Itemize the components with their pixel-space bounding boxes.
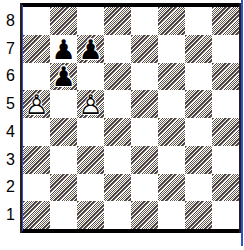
square-c2[interactable]: [77, 174, 104, 202]
square-e1[interactable]: [131, 201, 158, 229]
square-a2[interactable]: [23, 174, 50, 202]
square-b4[interactable]: [50, 118, 77, 146]
rank-label-2: 2: [0, 174, 18, 202]
chess-board: ♟♟♟♟♙♟♙: [23, 7, 239, 229]
square-f7[interactable]: [158, 35, 185, 63]
square-c1[interactable]: [77, 201, 104, 229]
black-pawn: ♟: [50, 63, 77, 91]
chess-diagram: 87654321 ♟♟♟♟♙♟♙: [0, 0, 244, 250]
square-e3[interactable]: [131, 146, 158, 174]
square-h5[interactable]: [212, 90, 239, 118]
square-h7[interactable]: [212, 35, 239, 63]
square-g1[interactable]: [185, 201, 212, 229]
square-h2[interactable]: [212, 174, 239, 202]
square-f5[interactable]: [158, 90, 185, 118]
board-border-bottom: [20, 229, 239, 233]
square-b7[interactable]: ♟: [50, 35, 77, 63]
square-h8[interactable]: [212, 7, 239, 35]
square-g6[interactable]: [185, 63, 212, 91]
rank-label-5: 5: [0, 90, 18, 118]
square-h4[interactable]: [212, 118, 239, 146]
square-c6[interactable]: [77, 63, 104, 91]
rank-label-4: 4: [0, 118, 18, 146]
square-d6[interactable]: [104, 63, 131, 91]
square-g2[interactable]: [185, 174, 212, 202]
rank-label-7: 7: [0, 35, 18, 63]
square-g4[interactable]: [185, 118, 212, 146]
square-c7[interactable]: ♟: [77, 35, 104, 63]
square-b8[interactable]: [50, 7, 77, 35]
square-c5[interactable]: ♟♙: [77, 90, 104, 118]
square-a6[interactable]: [23, 63, 50, 91]
square-e5[interactable]: [131, 90, 158, 118]
square-c8[interactable]: [77, 7, 104, 35]
square-a7[interactable]: [23, 35, 50, 63]
rank-label-1: 1: [0, 201, 18, 229]
white-pawn-fill: ♟: [77, 90, 104, 118]
square-f4[interactable]: [158, 118, 185, 146]
square-d4[interactable]: [104, 118, 131, 146]
square-a8[interactable]: [23, 7, 50, 35]
square-b2[interactable]: [50, 174, 77, 202]
square-d1[interactable]: [104, 201, 131, 229]
square-f1[interactable]: [158, 201, 185, 229]
square-f6[interactable]: [158, 63, 185, 91]
white-pawn: ♙: [23, 90, 50, 118]
square-b5[interactable]: [50, 90, 77, 118]
square-c3[interactable]: [77, 146, 104, 174]
right-edge-blue-line: [241, 0, 243, 246]
square-e7[interactable]: [131, 35, 158, 63]
square-f8[interactable]: [158, 7, 185, 35]
square-a1[interactable]: [23, 201, 50, 229]
rank-label-8: 8: [0, 7, 18, 35]
square-d8[interactable]: [104, 7, 131, 35]
square-e6[interactable]: [131, 63, 158, 91]
rank-label-6: 6: [0, 63, 18, 91]
rank-label-3: 3: [0, 146, 18, 174]
rank-labels: 87654321: [0, 7, 18, 229]
square-e2[interactable]: [131, 174, 158, 202]
square-h1[interactable]: [212, 201, 239, 229]
square-a5[interactable]: ♟♙: [23, 90, 50, 118]
square-g3[interactable]: [185, 146, 212, 174]
square-d2[interactable]: [104, 174, 131, 202]
white-pawn-fill: ♟: [23, 90, 50, 118]
square-g8[interactable]: [185, 7, 212, 35]
square-c4[interactable]: [77, 118, 104, 146]
square-e4[interactable]: [131, 118, 158, 146]
square-d5[interactable]: [104, 90, 131, 118]
square-d3[interactable]: [104, 146, 131, 174]
square-g5[interactable]: [185, 90, 212, 118]
square-a3[interactable]: [23, 146, 50, 174]
square-g7[interactable]: [185, 35, 212, 63]
square-d7[interactable]: [104, 35, 131, 63]
square-e8[interactable]: [131, 7, 158, 35]
square-f2[interactable]: [158, 174, 185, 202]
square-f3[interactable]: [158, 146, 185, 174]
black-pawn: ♟: [50, 35, 77, 63]
square-h6[interactable]: [212, 63, 239, 91]
square-h3[interactable]: [212, 146, 239, 174]
black-pawn: ♟: [77, 35, 104, 63]
square-b6[interactable]: ♟: [50, 63, 77, 91]
white-pawn: ♙: [77, 90, 104, 118]
square-a4[interactable]: [23, 118, 50, 146]
square-b3[interactable]: [50, 146, 77, 174]
square-b1[interactable]: [50, 201, 77, 229]
